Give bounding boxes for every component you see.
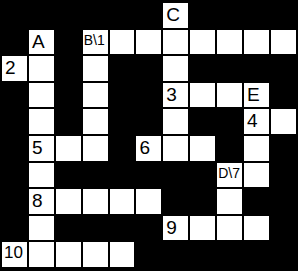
- white-cell-r5c7[interactable]: [189, 135, 216, 162]
- white-cell-r5c6[interactable]: [162, 135, 189, 162]
- black-cell-r0c10: [270, 2, 297, 29]
- black-cell-r8c4: [109, 215, 136, 242]
- clue-label-E: E: [247, 83, 260, 106]
- black-cell-r3c5: [135, 82, 162, 109]
- black-cell-r2c8: [216, 55, 243, 82]
- white-cell-r1c9[interactable]: [243, 29, 270, 56]
- black-cell-r3c0: [1, 82, 28, 109]
- white-cell-r5c5[interactable]: 6: [135, 135, 162, 162]
- white-cell-r7c3[interactable]: [82, 188, 109, 215]
- black-cell-r7c7: [189, 188, 216, 215]
- black-cell-r4c7: [189, 108, 216, 135]
- white-cell-r6c9[interactable]: [243, 162, 270, 189]
- white-cell-r8c9[interactable]: [243, 215, 270, 242]
- black-cell-r8c5: [135, 215, 162, 242]
- black-cell-r2c9: [243, 55, 270, 82]
- white-cell-r0c6[interactable]: C: [162, 2, 189, 29]
- black-cell-r6c6: [162, 162, 189, 189]
- black-cell-r7c6: [162, 188, 189, 215]
- black-cell-r6c10: [270, 162, 297, 189]
- black-cell-r0c3: [82, 2, 109, 29]
- white-cell-r4c6[interactable]: [162, 108, 189, 135]
- white-cell-r1c6[interactable]: [162, 29, 189, 56]
- white-cell-r6c8[interactable]: D\7: [216, 162, 243, 189]
- black-cell-r6c4: [109, 162, 136, 189]
- white-cell-r1c7[interactable]: [189, 29, 216, 56]
- white-cell-r3c6[interactable]: 3: [162, 82, 189, 109]
- clue-label-A: A: [32, 30, 45, 53]
- white-cell-r2c0[interactable]: 2: [1, 55, 28, 82]
- white-cell-r4c3[interactable]: [82, 108, 109, 135]
- white-cell-r1c4[interactable]: [109, 29, 136, 56]
- black-cell-r7c0: [1, 188, 28, 215]
- black-cell-r0c2: [55, 2, 82, 29]
- white-cell-r4c9[interactable]: 4: [243, 108, 270, 135]
- white-cell-r4c1[interactable]: [28, 108, 55, 135]
- black-cell-r9c8: [216, 241, 243, 268]
- clue-label-B-1: B\1: [84, 30, 105, 51]
- black-cell-r0c4: [109, 2, 136, 29]
- white-cell-r8c8[interactable]: [216, 215, 243, 242]
- black-cell-r1c0: [1, 29, 28, 56]
- white-cell-r3c1[interactable]: [28, 82, 55, 109]
- black-cell-r6c3: [82, 162, 109, 189]
- black-cell-r5c0: [1, 135, 28, 162]
- black-cell-r5c10: [270, 135, 297, 162]
- white-cell-r9c2[interactable]: [55, 241, 82, 268]
- white-cell-r3c7[interactable]: [189, 82, 216, 109]
- black-cell-r6c0: [1, 162, 28, 189]
- crossword-grid: CAB\123E456D\78910: [1, 2, 298, 268]
- black-cell-r3c2: [55, 82, 82, 109]
- black-cell-r4c2: [55, 108, 82, 135]
- white-cell-r9c1[interactable]: [28, 241, 55, 268]
- white-cell-r9c4[interactable]: [109, 241, 136, 268]
- black-cell-r8c0: [1, 215, 28, 242]
- black-cell-r6c7: [189, 162, 216, 189]
- clue-label-8: 8: [32, 189, 43, 212]
- black-cell-r0c8: [216, 2, 243, 29]
- black-cell-r8c2: [55, 215, 82, 242]
- black-cell-r7c9: [243, 188, 270, 215]
- white-cell-r1c8[interactable]: [216, 29, 243, 56]
- white-cell-r3c8[interactable]: [216, 82, 243, 109]
- white-cell-r9c0[interactable]: 10: [1, 241, 28, 268]
- white-cell-r1c1[interactable]: A: [28, 29, 55, 56]
- white-cell-r8c1[interactable]: [28, 215, 55, 242]
- clue-label-2: 2: [5, 56, 16, 79]
- white-cell-r5c1[interactable]: 5: [28, 135, 55, 162]
- white-cell-r2c6[interactable]: [162, 55, 189, 82]
- white-cell-r5c3[interactable]: [82, 135, 109, 162]
- clue-label-4: 4: [247, 109, 258, 132]
- white-cell-r1c3[interactable]: B\1: [82, 29, 109, 56]
- white-cell-r5c9[interactable]: [243, 135, 270, 162]
- clue-label-6: 6: [139, 136, 150, 159]
- black-cell-r0c5: [135, 2, 162, 29]
- black-cell-r5c4: [109, 135, 136, 162]
- black-cell-r0c0: [1, 2, 28, 29]
- black-cell-r6c2: [55, 162, 82, 189]
- black-cell-r7c10: [270, 188, 297, 215]
- crossword-board: CAB\123E456D\78910: [0, 0, 298, 271]
- white-cell-r1c5[interactable]: [135, 29, 162, 56]
- black-cell-r3c4: [109, 82, 136, 109]
- black-cell-r2c5: [135, 55, 162, 82]
- black-cell-r4c4: [109, 108, 136, 135]
- white-cell-r7c1[interactable]: 8: [28, 188, 55, 215]
- black-cell-r3c10: [270, 82, 297, 109]
- white-cell-r7c4[interactable]: [109, 188, 136, 215]
- white-cell-r8c6[interactable]: 9: [162, 215, 189, 242]
- black-cell-r1c2: [55, 29, 82, 56]
- white-cell-r6c1[interactable]: [28, 162, 55, 189]
- white-cell-r7c5[interactable]: [135, 188, 162, 215]
- black-cell-r9c9: [243, 241, 270, 268]
- clue-label-5: 5: [32, 136, 43, 159]
- clue-label-C: C: [166, 3, 180, 26]
- black-cell-r9c5: [135, 241, 162, 268]
- black-cell-r4c5: [135, 108, 162, 135]
- black-cell-r0c7: [189, 2, 216, 29]
- white-cell-r8c7[interactable]: [189, 215, 216, 242]
- black-cell-r0c9: [243, 2, 270, 29]
- white-cell-r7c8[interactable]: [216, 188, 243, 215]
- white-cell-r2c3[interactable]: [82, 55, 109, 82]
- black-cell-r6c5: [135, 162, 162, 189]
- white-cell-r5c2[interactable]: [55, 135, 82, 162]
- white-cell-r4c10[interactable]: [270, 108, 297, 135]
- clue-label-3: 3: [166, 83, 177, 106]
- white-cell-r9c3[interactable]: [82, 241, 109, 268]
- white-cell-r3c9[interactable]: E: [243, 82, 270, 109]
- clue-label-D-7: D\7: [218, 163, 240, 184]
- white-cell-r3c3[interactable]: [82, 82, 109, 109]
- clue-label-10: 10: [4, 242, 23, 264]
- black-cell-r8c10: [270, 215, 297, 242]
- white-cell-r1c10[interactable]: [270, 29, 297, 56]
- black-cell-r9c10: [270, 241, 297, 268]
- black-cell-r2c4: [109, 55, 136, 82]
- white-cell-r2c1[interactable]: [28, 55, 55, 82]
- black-cell-r5c8: [216, 135, 243, 162]
- clue-label-9: 9: [166, 216, 177, 239]
- black-cell-r8c3: [82, 215, 109, 242]
- black-cell-r2c2: [55, 55, 82, 82]
- black-cell-r4c8: [216, 108, 243, 135]
- black-cell-r0c1: [28, 2, 55, 29]
- black-cell-r4c0: [1, 108, 28, 135]
- black-cell-r9c6: [162, 241, 189, 268]
- white-cell-r7c2[interactable]: [55, 188, 82, 215]
- black-cell-r2c7: [189, 55, 216, 82]
- black-cell-r9c7: [189, 241, 216, 268]
- black-cell-r2c10: [270, 55, 297, 82]
